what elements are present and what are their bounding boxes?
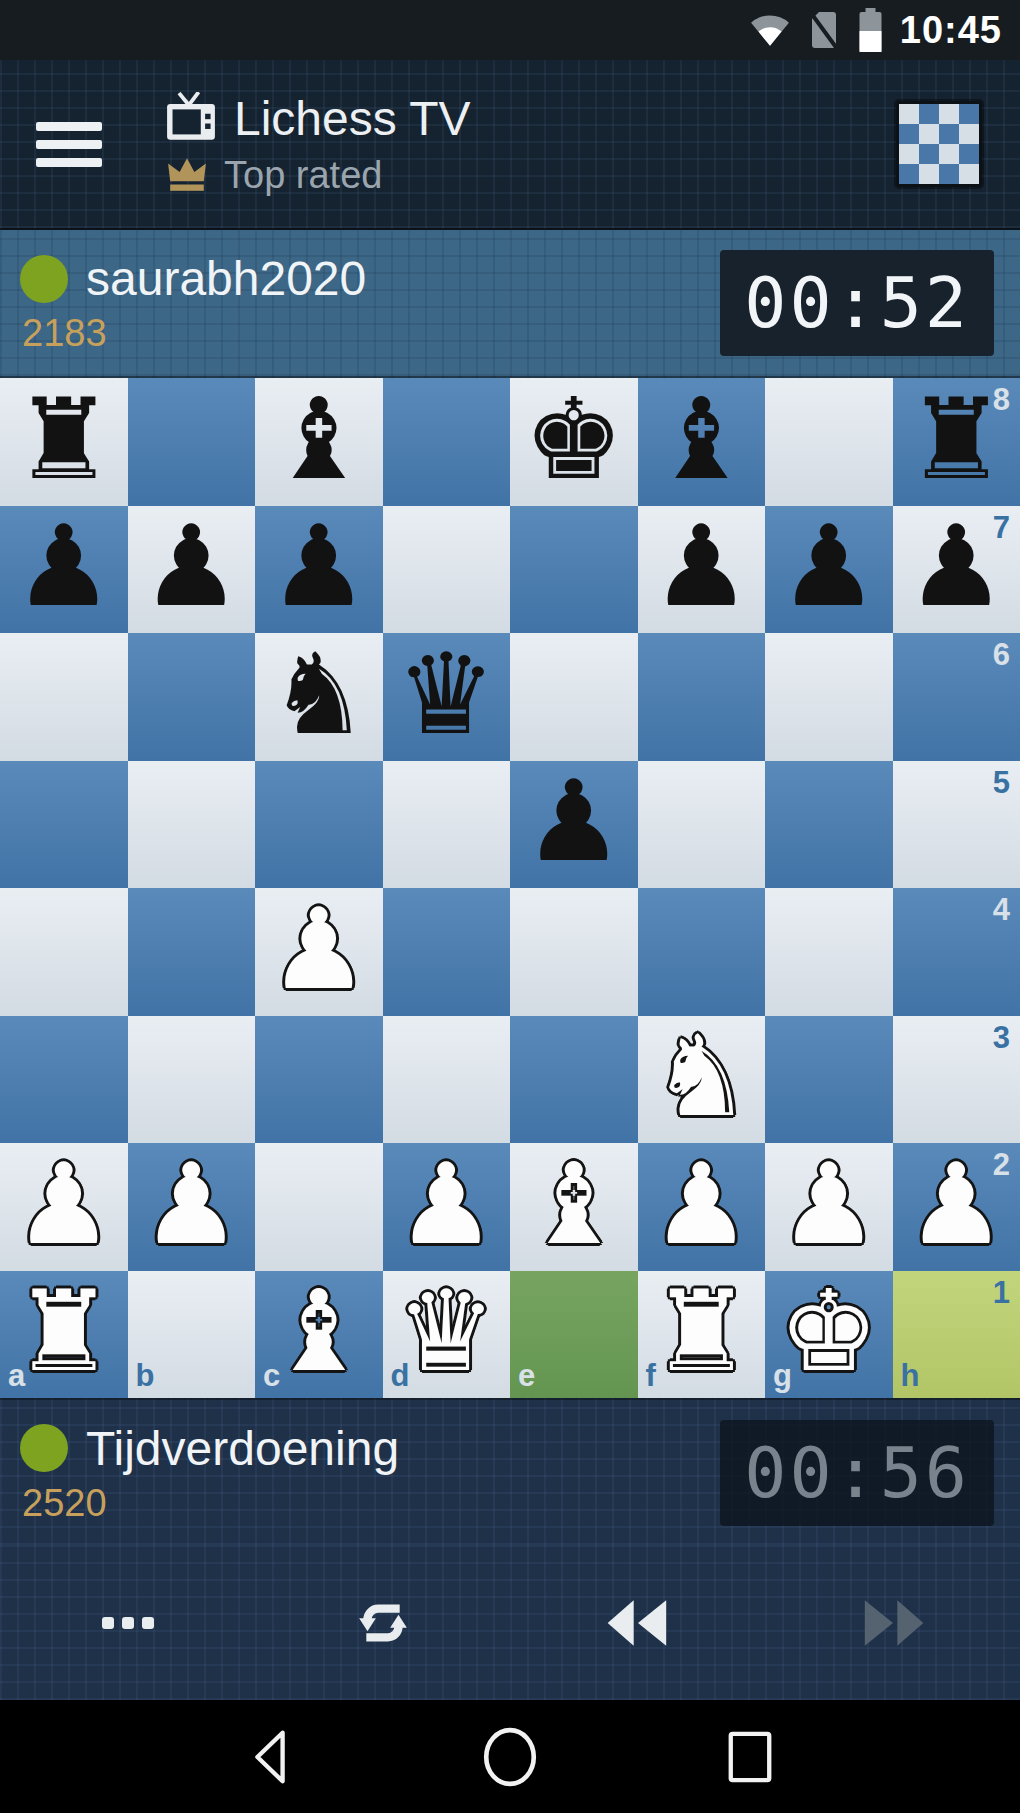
file-label-a: a (8, 1358, 25, 1394)
black-queen: ♛ (396, 638, 496, 750)
chess-board[interactable]: ♜♝♚♝♜8♟♟♟♟♟♟7♞♛6♟5♟4♞3♟♟♟♝♟♟♟2♜ab♝c♛de♜f… (0, 378, 1020, 1398)
file-label-c: c (263, 1358, 280, 1394)
rank-label-4: 4 (993, 892, 1010, 928)
black-pawn: ♟ (14, 510, 114, 622)
white-pawn: ♟ (651, 1148, 751, 1260)
square-f7[interactable]: ♟ (638, 506, 766, 634)
black-bishop: ♝ (651, 383, 751, 495)
flip-button[interactable] (255, 1592, 510, 1654)
square-h6[interactable]: 6 (893, 633, 1020, 761)
square-c3[interactable] (255, 1016, 383, 1144)
square-a3[interactable] (0, 1016, 128, 1144)
player-name-bottom[interactable]: Tijdverdoening (86, 1421, 399, 1476)
toolbar (0, 1545, 1020, 1700)
rewind-button[interactable] (510, 1597, 765, 1649)
wifi-icon (749, 12, 791, 48)
square-g7[interactable]: ♟ (765, 506, 893, 634)
square-c4[interactable]: ♟ (255, 888, 383, 1016)
file-label-g: g (773, 1358, 792, 1394)
square-e8[interactable]: ♚ (510, 378, 638, 506)
square-h5[interactable]: 5 (893, 761, 1020, 889)
forward-button[interactable] (765, 1597, 1020, 1649)
square-g5[interactable] (765, 761, 893, 889)
white-bishop: ♝ (524, 1148, 624, 1260)
square-b6[interactable] (128, 633, 256, 761)
file-label-f: f (646, 1358, 656, 1394)
player-rating-bottom: 2520 (22, 1482, 399, 1525)
square-h8[interactable]: ♜8 (893, 378, 1020, 506)
black-pawn: ♟ (524, 765, 624, 877)
back-button[interactable] (150, 1726, 390, 1788)
square-h4[interactable]: 4 (893, 888, 1020, 1016)
square-c8[interactable]: ♝ (255, 378, 383, 506)
square-d5[interactable] (383, 761, 511, 889)
recents-button[interactable] (630, 1727, 870, 1787)
square-d4[interactable] (383, 888, 511, 1016)
square-d3[interactable] (383, 1016, 511, 1144)
file-label-h: h (901, 1358, 920, 1394)
square-h1[interactable]: 1h (893, 1271, 1020, 1399)
square-d2[interactable]: ♟ (383, 1143, 511, 1271)
square-g2[interactable]: ♟ (765, 1143, 893, 1271)
white-pawn: ♟ (779, 1148, 879, 1260)
black-pawn: ♟ (651, 510, 751, 622)
white-rook: ♜ (14, 1275, 114, 1387)
black-rook: ♜ (906, 383, 1006, 495)
square-b7[interactable]: ♟ (128, 506, 256, 634)
home-icon (479, 1726, 541, 1788)
black-bishop: ♝ (269, 383, 369, 495)
ellipsis-icon (102, 1617, 154, 1629)
square-b8[interactable] (128, 378, 256, 506)
square-c2[interactable] (255, 1143, 383, 1271)
square-e1[interactable]: e (510, 1271, 638, 1399)
player-name-top[interactable]: saurabh2020 (86, 251, 366, 306)
square-a6[interactable] (0, 633, 128, 761)
white-knight: ♞ (651, 1020, 751, 1132)
player-bar-top: saurabh2020 2183 00:52 (0, 230, 1020, 378)
white-queen: ♛ (396, 1275, 496, 1387)
clock-bottom: 00:56 (720, 1420, 994, 1526)
app-header: Lichess TV Top rated (0, 60, 1020, 230)
flip-icon (352, 1592, 414, 1654)
battery-icon (857, 8, 884, 52)
square-f4[interactable] (638, 888, 766, 1016)
square-e7[interactable] (510, 506, 638, 634)
square-a7[interactable]: ♟ (0, 506, 128, 634)
square-b1[interactable]: b (128, 1271, 256, 1399)
square-e3[interactable] (510, 1016, 638, 1144)
square-a8[interactable]: ♜ (0, 378, 128, 506)
tv-icon (164, 92, 218, 146)
black-pawn: ♟ (141, 510, 241, 622)
square-g6[interactable] (765, 633, 893, 761)
rank-label-2: 2 (993, 1147, 1010, 1183)
black-king: ♚ (524, 383, 624, 495)
square-c6[interactable]: ♞ (255, 633, 383, 761)
rank-label-8: 8 (993, 382, 1010, 418)
square-e2[interactable]: ♝ (510, 1143, 638, 1271)
recents-icon (725, 1727, 775, 1787)
square-a1[interactable]: ♜a (0, 1271, 128, 1399)
rewind-icon (603, 1597, 673, 1649)
title-block: Lichess TV Top rated (164, 91, 471, 197)
white-pawn: ♟ (141, 1148, 241, 1260)
square-g3[interactable] (765, 1016, 893, 1144)
no-sim-icon (807, 8, 841, 52)
black-pawn: ♟ (269, 510, 369, 622)
back-icon (244, 1726, 296, 1788)
square-c7[interactable]: ♟ (255, 506, 383, 634)
channel-label: Top rated (224, 154, 382, 197)
square-c1[interactable]: ♝c (255, 1271, 383, 1399)
rank-label-7: 7 (993, 510, 1010, 546)
player-rating-top: 2183 (22, 312, 366, 355)
square-d1[interactable]: ♛d (383, 1271, 511, 1399)
fast-forward-icon (858, 1597, 928, 1649)
square-b3[interactable] (128, 1016, 256, 1144)
square-f8[interactable]: ♝ (638, 378, 766, 506)
square-b5[interactable] (128, 761, 256, 889)
rank-label-5: 5 (993, 765, 1010, 801)
white-pawn: ♟ (269, 893, 369, 1005)
home-button[interactable] (390, 1726, 630, 1788)
square-e4[interactable] (510, 888, 638, 1016)
crown-icon (166, 156, 208, 196)
menu-button[interactable] (36, 122, 102, 167)
square-h2[interactable]: ♟2 (893, 1143, 1020, 1271)
clock-top: 00:52 (720, 250, 994, 356)
square-g8[interactable] (765, 378, 893, 506)
file-label-e: e (518, 1358, 535, 1394)
android-nav-bar (0, 1700, 1020, 1813)
square-a5[interactable] (0, 761, 128, 889)
white-pawn: ♟ (14, 1148, 114, 1260)
square-h3[interactable]: 3 (893, 1016, 1020, 1144)
mini-board-icon[interactable] (896, 101, 982, 187)
white-pawn: ♟ (396, 1148, 496, 1260)
white-king: ♚ (779, 1275, 879, 1387)
square-d8[interactable] (383, 378, 511, 506)
rank-label-3: 3 (993, 1020, 1010, 1056)
black-pawn: ♟ (906, 510, 1006, 622)
square-a2[interactable]: ♟ (0, 1143, 128, 1271)
online-indicator (20, 1424, 68, 1472)
white-pawn: ♟ (906, 1148, 1006, 1260)
page-title: Lichess TV (234, 91, 471, 146)
status-bar: 10:45 (0, 0, 1020, 60)
black-knight: ♞ (269, 638, 369, 750)
square-f3[interactable]: ♞ (638, 1016, 766, 1144)
white-rook: ♜ (651, 1275, 751, 1387)
online-indicator (20, 255, 68, 303)
file-label-d: d (391, 1358, 410, 1394)
rank-label-6: 6 (993, 637, 1010, 673)
square-f2[interactable]: ♟ (638, 1143, 766, 1271)
square-d6[interactable]: ♛ (383, 633, 511, 761)
player-bar-bottom: Tijdverdoening 2520 00:56 (0, 1398, 1020, 1545)
square-e5[interactable]: ♟ (510, 761, 638, 889)
square-f5[interactable] (638, 761, 766, 889)
square-e6[interactable] (510, 633, 638, 761)
square-c5[interactable] (255, 761, 383, 889)
status-time: 10:45 (900, 9, 1002, 52)
black-rook: ♜ (14, 383, 114, 495)
rank-label-1: 1 (993, 1275, 1010, 1311)
file-label-b: b (136, 1358, 155, 1394)
square-f1[interactable]: ♜f (638, 1271, 766, 1399)
square-g1[interactable]: ♚g (765, 1271, 893, 1399)
square-b2[interactable]: ♟ (128, 1143, 256, 1271)
square-d7[interactable] (383, 506, 511, 634)
black-pawn: ♟ (779, 510, 879, 622)
square-g4[interactable] (765, 888, 893, 1016)
square-b4[interactable] (128, 888, 256, 1016)
white-bishop: ♝ (269, 1275, 369, 1387)
more-button[interactable] (0, 1617, 255, 1629)
square-a4[interactable] (0, 888, 128, 1016)
square-h7[interactable]: ♟7 (893, 506, 1020, 634)
square-f6[interactable] (638, 633, 766, 761)
